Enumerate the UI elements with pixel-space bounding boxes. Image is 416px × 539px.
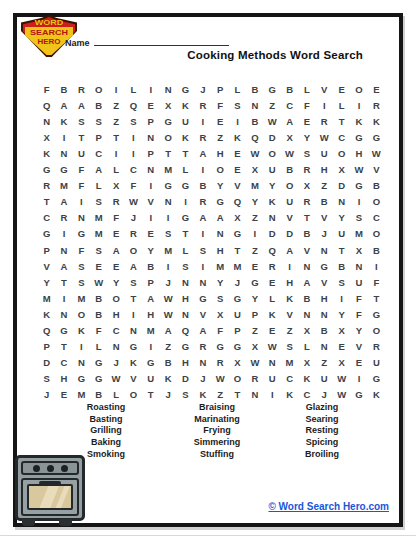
grid-cell: K <box>55 113 72 129</box>
grid-cell: K <box>264 194 281 210</box>
grid-cell: I <box>55 290 72 306</box>
grid-cell: E <box>333 339 350 355</box>
grid-cell: G <box>177 178 194 194</box>
word-list-item: Roasting <box>51 402 161 414</box>
grid-cell: N <box>264 210 281 226</box>
grid-cell: Q <box>38 97 55 113</box>
grid-cell: T <box>298 210 315 226</box>
grid-cell: H <box>350 145 367 161</box>
grid-cell: H <box>316 162 333 178</box>
grid-cell: Z <box>159 339 176 355</box>
grid-cell: R <box>368 97 385 113</box>
grid-cell: U <box>264 162 281 178</box>
grid-cell: G <box>55 323 72 339</box>
grid-cell: B <box>194 178 211 194</box>
grid-cell: M <box>350 226 367 242</box>
grid-cell: N <box>316 242 333 258</box>
grid-cell: L <box>229 81 246 97</box>
grid-cell: I <box>107 145 124 161</box>
grid-cell: M <box>212 258 229 274</box>
grid-cell: E <box>350 355 367 371</box>
grid-cell: I <box>194 113 211 129</box>
grid-cell: E <box>298 113 315 129</box>
grid-cell: A <box>159 323 176 339</box>
letter-grid: FBROILINGJPLBGBLVEOEQAABZQEXKRFSNZCFILIR… <box>38 81 385 403</box>
oven-knob-icon <box>47 465 54 472</box>
grid-cell: R <box>194 194 211 210</box>
grid-cell: G <box>212 194 229 210</box>
grid-cell: N <box>142 162 159 178</box>
grid-cell: M <box>73 387 90 403</box>
grid-cell: L <box>333 97 350 113</box>
grid-cell: H <box>55 371 72 387</box>
grid-cell: X <box>333 323 350 339</box>
grid-cell: S <box>177 258 194 274</box>
grid-cell: S <box>212 290 229 306</box>
grid-cell: G <box>229 226 246 242</box>
grid-cell: G <box>229 290 246 306</box>
grid-cell: B <box>90 306 107 322</box>
grid-cell: Z <box>281 323 298 339</box>
grid-cell: N <box>194 274 211 290</box>
grid-cell: E <box>142 97 159 113</box>
oven-knob-icon <box>33 465 40 472</box>
grid-cell: I <box>350 97 367 113</box>
grid-cell: D <box>264 226 281 242</box>
grid-cell: D <box>264 129 281 145</box>
grid-cell: E <box>107 226 124 242</box>
grid-cell: W <box>350 162 367 178</box>
grid-cell: L <box>298 339 315 355</box>
grid-cell: Q <box>246 129 263 145</box>
grid-cell: X <box>212 306 229 322</box>
grid-cell: V <box>38 258 55 274</box>
grid-cell: F <box>212 97 229 113</box>
grid-cell: K <box>281 290 298 306</box>
grid-cell: G <box>368 129 385 145</box>
grid-cell: G <box>142 355 159 371</box>
name-blank-line <box>94 36 229 46</box>
grid-cell: X <box>350 242 367 258</box>
grid-cell: J <box>229 274 246 290</box>
grid-cell: I <box>55 129 72 145</box>
grid-cell: Q <box>177 323 194 339</box>
grid-cell: J <box>316 226 333 242</box>
grid-cell: N <box>246 97 263 113</box>
grid-cell: B <box>246 81 263 97</box>
grid-cell: M <box>159 242 176 258</box>
grid-cell: T <box>368 290 385 306</box>
grid-cell: X <box>229 210 246 226</box>
grid-cell: W <box>368 145 385 161</box>
grid-cell: R <box>194 129 211 145</box>
grid-cell: I <box>125 145 142 161</box>
grid-cell: L <box>125 81 142 97</box>
grid-cell: L <box>177 242 194 258</box>
grid-cell: G <box>177 81 194 97</box>
grid-cell: O <box>350 81 367 97</box>
grid-cell: G <box>194 290 211 306</box>
grid-cell: H <box>212 145 229 161</box>
grid-cell: E <box>229 145 246 161</box>
grid-cell: E <box>212 113 229 129</box>
grid-cell: S <box>90 242 107 258</box>
grid-cell: C <box>368 210 385 226</box>
grid-cell: G <box>368 371 385 387</box>
grid-cell: A <box>55 97 72 113</box>
grid-cell: G <box>55 162 72 178</box>
grid-cell: Q <box>264 242 281 258</box>
grid-cell: K <box>73 323 90 339</box>
grid-cell: T <box>177 226 194 242</box>
grid-cell: G <box>159 178 176 194</box>
grid-cell: F <box>125 178 142 194</box>
grid-cell: O <box>368 226 385 242</box>
grid-cell: N <box>264 355 281 371</box>
grid-cell: I <box>229 113 246 129</box>
page-bottom-edge <box>0 535 416 536</box>
grid-cell: W <box>246 145 263 161</box>
grid-cell: E <box>142 226 159 242</box>
grid-cell: P <box>142 145 159 161</box>
grid-cell: W <box>333 371 350 387</box>
grid-cell: T <box>333 242 350 258</box>
grid-cell: X <box>298 323 315 339</box>
grid-cell: W <box>90 274 107 290</box>
grid-cell: S <box>159 226 176 242</box>
grid-cell: P <box>142 113 159 129</box>
grid-cell: K <box>38 145 55 161</box>
grid-cell: W <box>281 145 298 161</box>
grid-cell: I <box>107 81 124 97</box>
grid-cell: Y <box>38 274 55 290</box>
grid-cell: T <box>38 194 55 210</box>
grid-cell: I <box>350 194 367 210</box>
grid-cell: M <box>73 290 90 306</box>
grid-cell: Z <box>246 323 263 339</box>
grid-cell: Y <box>333 306 350 322</box>
grid-cell: T <box>159 145 176 161</box>
grid-cell: G <box>246 274 263 290</box>
grid-cell: K <box>298 371 315 387</box>
grid-cell: G <box>159 113 176 129</box>
grid-cell: O <box>90 81 107 97</box>
grid-cell: S <box>333 274 350 290</box>
grid-cell: W <box>316 129 333 145</box>
grid-cell: W <box>246 355 263 371</box>
grid-cell: R <box>73 81 90 97</box>
grid-cell: P <box>212 81 229 97</box>
grid-cell: I <box>368 258 385 274</box>
grid-cell: O <box>159 129 176 145</box>
grid-cell: F <box>73 178 90 194</box>
grid-cell: O <box>333 145 350 161</box>
grid-cell: L <box>107 387 124 403</box>
grid-cell: R <box>264 258 281 274</box>
grid-cell: F <box>368 274 385 290</box>
grid-cell: W <box>159 306 176 322</box>
grid-cell: X <box>229 355 246 371</box>
grid-cell: R <box>125 226 142 242</box>
grid-cell: K <box>125 355 142 371</box>
grid-cell: A <box>73 97 90 113</box>
grid-cell: W <box>264 113 281 129</box>
grid-cell: A <box>281 242 298 258</box>
grid-cell: I <box>333 290 350 306</box>
grid-cell: B <box>316 323 333 339</box>
grid-cell: Y <box>264 178 281 194</box>
grid-cell: S <box>90 194 107 210</box>
grid-cell: L <box>90 339 107 355</box>
grid-cell: U <box>316 145 333 161</box>
grid-cell: W <box>264 339 281 355</box>
grid-cell: R <box>298 194 315 210</box>
grid-cell: V <box>298 242 315 258</box>
grid-cell: E <box>246 258 263 274</box>
grid-cell: F <box>73 242 90 258</box>
grid-cell: N <box>159 81 176 97</box>
grid-cell: K <box>194 387 211 403</box>
grid-cell: N <box>333 194 350 210</box>
grid-cell: R <box>212 355 229 371</box>
grid-cell: X <box>281 129 298 145</box>
grid-cell: O <box>107 290 124 306</box>
grid-cell: V <box>142 194 159 210</box>
grid-cell: R <box>55 210 72 226</box>
oven-control-panel <box>21 461 79 475</box>
grid-cell: Y <box>350 323 367 339</box>
grid-cell: N <box>177 274 194 290</box>
grid-cell: S <box>350 210 367 226</box>
grid-cell: I <box>194 258 211 274</box>
worksheet-page: WORD SEARCH HERO Name Cooking Methods Wo… <box>0 0 416 539</box>
grid-cell: B <box>90 290 107 306</box>
grid-cell: W <box>159 290 176 306</box>
grid-cell: Y <box>142 242 159 258</box>
grid-cell: J <box>316 387 333 403</box>
grid-cell: E <box>333 81 350 97</box>
grid-cell: W <box>107 371 124 387</box>
logo-word: WORD <box>21 19 77 27</box>
grid-cell: L <box>107 162 124 178</box>
grid-cell: N <box>107 339 124 355</box>
grid-cell: U <box>333 226 350 242</box>
grid-cell: B <box>90 97 107 113</box>
grid-cell: M <box>90 226 107 242</box>
grid-cell: R <box>38 178 55 194</box>
grid-cell: F <box>350 290 367 306</box>
grid-cell: C <box>38 210 55 226</box>
grid-cell: I <box>194 162 211 178</box>
grid-cell: L <box>177 162 194 178</box>
grid-cell: T <box>142 387 159 403</box>
grid-cell: W <box>212 371 229 387</box>
grid-cell: W <box>125 194 142 210</box>
grid-cell: G <box>38 162 55 178</box>
grid-cell: C <box>281 97 298 113</box>
grid-cell: K <box>350 113 367 129</box>
grid-cell: I <box>55 226 72 242</box>
grid-cell: B <box>281 162 298 178</box>
grid-cell: O <box>125 242 142 258</box>
grid-cell: X <box>38 129 55 145</box>
oven-foot <box>22 519 35 526</box>
grid-cell: H <box>107 306 124 322</box>
grid-cell: X <box>333 355 350 371</box>
grid-cell: P <box>142 274 159 290</box>
grid-cell: E <box>90 258 107 274</box>
credit-link[interactable]: © Word Search Hero.com <box>268 501 389 512</box>
grid-cell: N <box>55 145 72 161</box>
grid-cell: L <box>298 81 315 97</box>
grid-cell: V <box>281 306 298 322</box>
grid-cell: G <box>125 339 142 355</box>
grid-cell: A <box>142 290 159 306</box>
grid-cell: G <box>229 339 246 355</box>
grid-cell: G <box>350 129 367 145</box>
oven-icon <box>15 455 87 531</box>
grid-cell: K <box>264 306 281 322</box>
grid-cell: C <box>333 129 350 145</box>
grid-cell: W <box>333 387 350 403</box>
grid-cell: P <box>90 129 107 145</box>
grid-cell: V <box>316 210 333 226</box>
grid-cell: M <box>246 178 263 194</box>
grid-cell: E <box>264 323 281 339</box>
grid-cell: I <box>73 339 90 355</box>
grid-cell: N <box>38 113 55 129</box>
grid-cell: V <box>316 274 333 290</box>
grid-cell: J <box>159 274 176 290</box>
grid-cell: E <box>55 387 72 403</box>
grid-cell: S <box>125 274 142 290</box>
grid-cell: S <box>194 242 211 258</box>
grid-cell: O <box>212 162 229 178</box>
grid-cell: D <box>177 371 194 387</box>
grid-cell: I <box>177 194 194 210</box>
grid-cell: G <box>350 178 367 194</box>
word-list-item: Simmering <box>162 437 272 449</box>
grid-cell: K <box>368 387 385 403</box>
grid-cell: Y <box>246 194 263 210</box>
grid-cell: I <box>142 339 159 355</box>
word-list-item: Broiling <box>267 449 377 461</box>
grid-cell: N <box>55 306 72 322</box>
grid-cell: T <box>229 242 246 258</box>
oven-window <box>27 484 73 510</box>
grid-cell: Z <box>264 97 281 113</box>
grid-cell: N <box>159 194 176 210</box>
grid-cell: U <box>177 113 194 129</box>
name-row: Name <box>65 36 229 48</box>
grid-cell: C <box>55 355 72 371</box>
grid-cell: S <box>73 258 90 274</box>
grid-cell: I <box>316 97 333 113</box>
page-title: Cooking Methods Word Search <box>187 49 363 61</box>
grid-cell: H <box>316 290 333 306</box>
word-list-item: Resting <box>267 425 377 437</box>
word-list-item: Spicing <box>267 437 377 449</box>
grid-cell: A <box>90 162 107 178</box>
word-list-item: Searing <box>267 414 377 426</box>
grid-cell: M <box>142 323 159 339</box>
grid-cell: R <box>194 97 211 113</box>
grid-cell: I <box>350 371 367 387</box>
grid-cell: C <box>281 371 298 387</box>
word-list-item: Glazing <box>267 402 377 414</box>
grid-cell: E <box>107 258 124 274</box>
grid-cell: V <box>368 162 385 178</box>
grid-cell: T <box>55 274 72 290</box>
grid-cell: N <box>316 306 333 322</box>
grid-cell: K <box>159 371 176 387</box>
grid-cell: G <box>90 371 107 387</box>
grid-cell: O <box>368 323 385 339</box>
grid-cell: M <box>90 210 107 226</box>
grid-cell: O <box>125 387 142 403</box>
grid-cell: O <box>264 145 281 161</box>
grid-cell: S <box>298 145 315 161</box>
grid-cell: E <box>229 162 246 178</box>
grid-cell: I <box>142 81 159 97</box>
grid-cell: J <box>107 355 124 371</box>
grid-cell: B <box>246 113 263 129</box>
grid-cell: P <box>246 306 263 322</box>
grid-cell: Q <box>38 323 55 339</box>
grid-cell: M <box>38 290 55 306</box>
grid-cell: Y <box>333 210 350 226</box>
grid-cell: J <box>125 210 142 226</box>
grid-cell: L <box>264 290 281 306</box>
grid-cell: R <box>298 162 315 178</box>
grid-cell: R <box>194 339 211 355</box>
grid-cell: U <box>264 371 281 387</box>
grid-cell: A <box>194 145 211 161</box>
grid-cell: F <box>90 323 107 339</box>
grid-cell: A <box>107 242 124 258</box>
grid-cell: G <box>212 339 229 355</box>
grid-cell: I <box>125 129 142 145</box>
grid-cell: I <box>142 210 159 226</box>
grid-cell: Q <box>229 194 246 210</box>
grid-cell: N <box>73 210 90 226</box>
grid-cell: O <box>368 194 385 210</box>
grid-cell: X <box>159 97 176 113</box>
grid-cell: I <box>281 258 298 274</box>
grid-cell: S <box>38 371 55 387</box>
grid-cell: D <box>281 226 298 242</box>
grid-cell: F <box>350 306 367 322</box>
grid-cell: G <box>90 355 107 371</box>
grid-cell: V <box>281 210 298 226</box>
word-list-item: Grilling <box>51 425 161 437</box>
grid-cell: S <box>177 387 194 403</box>
word-list-item: Baking <box>51 437 161 449</box>
grid-cell: B <box>55 81 72 97</box>
grid-cell: F <box>298 97 315 113</box>
grid-cell: B <box>281 81 298 97</box>
grid-cell: Z <box>246 210 263 226</box>
grid-cell: N <box>298 258 315 274</box>
grid-cell: F <box>107 210 124 226</box>
oven-handle <box>39 481 61 485</box>
grid-cell: Y <box>107 274 124 290</box>
grid-cell: A <box>125 258 142 274</box>
grid-cell: B <box>159 355 176 371</box>
grid-cell: G <box>316 258 333 274</box>
grid-cell: A <box>55 194 72 210</box>
grid-cell: Y <box>246 290 263 306</box>
